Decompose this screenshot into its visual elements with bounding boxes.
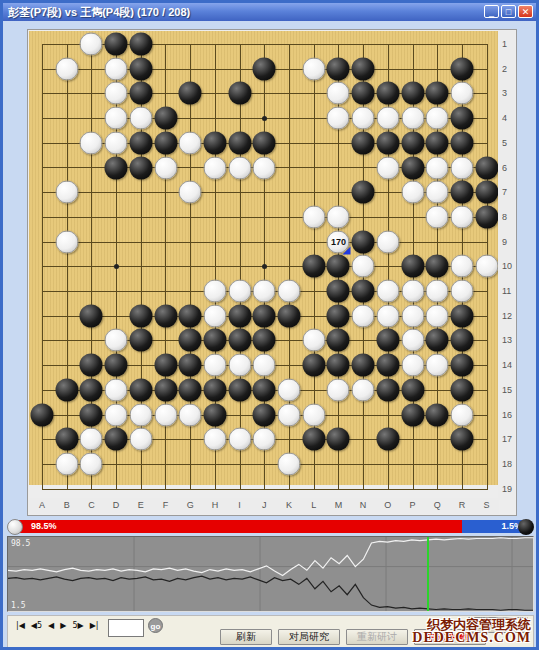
column-label: K xyxy=(286,500,292,510)
white-winrate-segment: 98.5% xyxy=(19,520,462,533)
black-winrate-line xyxy=(8,576,533,610)
column-label: R xyxy=(459,500,466,510)
black-stone[interactable] xyxy=(105,354,128,377)
column-label: H xyxy=(212,500,219,510)
black-stone[interactable] xyxy=(426,329,449,352)
nav-button[interactable]: ▶| xyxy=(90,621,99,630)
white-stone[interactable] xyxy=(401,107,424,130)
refresh-button[interactable]: 刷新 xyxy=(220,629,272,645)
game-research-button[interactable]: 对局研究 xyxy=(278,629,340,645)
black-stone[interactable] xyxy=(450,354,473,377)
black-stone[interactable] xyxy=(129,304,152,327)
black-stone[interactable] xyxy=(253,378,276,401)
star-point xyxy=(262,116,267,121)
column-label: S xyxy=(484,500,490,510)
nav-button[interactable]: |◀ xyxy=(16,621,25,630)
column-label: D xyxy=(113,500,120,510)
black-stone[interactable] xyxy=(450,107,473,130)
black-stone[interactable] xyxy=(475,205,498,228)
white-stone[interactable] xyxy=(80,452,103,475)
winrate-plot xyxy=(8,537,533,611)
white-stone[interactable] xyxy=(376,304,399,327)
black-stone[interactable] xyxy=(55,378,78,401)
black-stone[interactable] xyxy=(179,329,202,352)
white-stone-icon xyxy=(7,519,23,535)
column-label: Q xyxy=(434,500,441,510)
white-stone[interactable] xyxy=(105,82,128,105)
black-stone[interactable] xyxy=(426,255,449,278)
row-label: 14 xyxy=(502,360,512,370)
nav-button[interactable]: 5▶ xyxy=(72,621,83,630)
black-stone[interactable] xyxy=(154,304,177,327)
black-stone[interactable] xyxy=(352,57,375,80)
black-stone[interactable] xyxy=(80,354,103,377)
black-stone[interactable] xyxy=(352,82,375,105)
white-stone[interactable] xyxy=(450,82,473,105)
black-stone[interactable] xyxy=(327,255,350,278)
white-winrate-line xyxy=(8,538,533,576)
black-stone[interactable] xyxy=(55,428,78,451)
white-stone[interactable] xyxy=(376,156,399,179)
black-stone[interactable] xyxy=(179,82,202,105)
white-stone[interactable] xyxy=(401,280,424,303)
column-labels: ABCDEFGHIJKLMNOPQRS xyxy=(29,498,499,514)
white-stone[interactable] xyxy=(80,131,103,154)
black-stone[interactable] xyxy=(450,378,473,401)
column-label: J xyxy=(262,500,267,510)
white-stone[interactable] xyxy=(450,280,473,303)
column-label: P xyxy=(409,500,415,510)
star-point xyxy=(262,264,267,269)
black-stone[interactable] xyxy=(105,33,128,56)
white-stone[interactable] xyxy=(203,428,226,451)
close-button[interactable]: ✕ xyxy=(518,5,533,18)
white-stone[interactable] xyxy=(352,107,375,130)
black-stone[interactable] xyxy=(327,280,350,303)
nav-button[interactable]: ◀5 xyxy=(31,621,42,630)
column-label: F xyxy=(163,500,169,510)
row-label: 18 xyxy=(502,459,512,469)
white-stone[interactable] xyxy=(179,181,202,204)
white-stone[interactable] xyxy=(105,378,128,401)
white-stone[interactable] xyxy=(426,205,449,228)
black-stone[interactable] xyxy=(154,107,177,130)
column-label: L xyxy=(311,500,316,510)
white-stone[interactable] xyxy=(253,156,276,179)
white-stone[interactable] xyxy=(203,304,226,327)
black-stone[interactable] xyxy=(179,378,202,401)
white-stone[interactable] xyxy=(105,107,128,130)
white-stone[interactable] xyxy=(55,57,78,80)
black-stone[interactable] xyxy=(426,82,449,105)
black-stone[interactable] xyxy=(401,403,424,426)
winrate-graph[interactable]: 98.5 1.5 xyxy=(7,536,534,612)
black-stone[interactable] xyxy=(450,428,473,451)
white-stone[interactable] xyxy=(426,156,449,179)
black-stone[interactable] xyxy=(80,304,103,327)
white-stone[interactable] xyxy=(55,181,78,204)
black-stone[interactable] xyxy=(129,82,152,105)
white-stone[interactable] xyxy=(80,33,103,56)
black-stone[interactable] xyxy=(253,131,276,154)
column-label: M xyxy=(335,500,343,510)
go-board-panel: 170 ABCDEFGHIJKLMNOPQRS 1234567891011121… xyxy=(27,29,517,516)
black-stone[interactable] xyxy=(129,329,152,352)
black-stone[interactable] xyxy=(376,354,399,377)
white-stone[interactable] xyxy=(253,280,276,303)
black-stone[interactable] xyxy=(302,428,325,451)
white-stone[interactable] xyxy=(352,255,375,278)
row-label: 6 xyxy=(502,163,507,173)
black-stone[interactable] xyxy=(154,131,177,154)
black-stone[interactable] xyxy=(154,354,177,377)
white-stone[interactable] xyxy=(450,403,473,426)
graph-bottom-label: 1.5 xyxy=(11,601,25,610)
white-stone[interactable] xyxy=(426,107,449,130)
black-stone[interactable] xyxy=(376,428,399,451)
winrate-bar: 98.5% 1.5% xyxy=(7,518,534,535)
white-stone[interactable] xyxy=(302,205,325,228)
white-stone[interactable] xyxy=(426,354,449,377)
row-label: 19 xyxy=(502,484,512,494)
white-stone[interactable] xyxy=(376,107,399,130)
black-stone[interactable] xyxy=(31,403,54,426)
graph-top-label: 98.5 xyxy=(11,539,30,548)
black-stone[interactable] xyxy=(327,354,350,377)
white-stone[interactable] xyxy=(203,156,226,179)
black-stone[interactable] xyxy=(401,131,424,154)
row-label: 12 xyxy=(502,311,512,321)
white-stone[interactable] xyxy=(327,107,350,130)
next-move-triangle-icon xyxy=(343,246,351,254)
white-stone[interactable] xyxy=(253,428,276,451)
white-stone[interactable] xyxy=(179,403,202,426)
black-stone[interactable] xyxy=(129,33,152,56)
black-stone[interactable] xyxy=(352,181,375,204)
row-label: 9 xyxy=(502,237,507,247)
black-stone[interactable] xyxy=(129,378,152,401)
row-label: 16 xyxy=(502,410,512,420)
black-stone[interactable] xyxy=(129,156,152,179)
black-stone[interactable] xyxy=(302,354,325,377)
white-stone[interactable] xyxy=(327,205,350,228)
row-label: 7 xyxy=(502,187,507,197)
column-label: B xyxy=(64,500,70,510)
move-navigation: |◀◀5◀▶5▶▶| xyxy=(16,621,99,630)
black-stone[interactable] xyxy=(352,280,375,303)
black-stone[interactable] xyxy=(450,329,473,352)
white-stone[interactable] xyxy=(129,107,152,130)
white-stone[interactable] xyxy=(327,378,350,401)
white-stone[interactable] xyxy=(401,329,424,352)
white-stone[interactable] xyxy=(302,57,325,80)
column-label: E xyxy=(138,500,144,510)
black-stone[interactable] xyxy=(203,378,226,401)
black-stone[interactable] xyxy=(228,131,251,154)
column-label: A xyxy=(39,500,45,510)
go-board[interactable]: 170 xyxy=(29,31,499,485)
black-stone[interactable] xyxy=(327,304,350,327)
black-stone[interactable] xyxy=(352,354,375,377)
white-stone[interactable] xyxy=(450,156,473,179)
change-moves-button[interactable]: 变更手数 xyxy=(468,617,528,633)
column-label: G xyxy=(187,500,194,510)
white-stone[interactable] xyxy=(55,230,78,253)
white-stone[interactable] xyxy=(228,428,251,451)
black-stone[interactable] xyxy=(376,82,399,105)
star-point xyxy=(114,264,119,269)
row-label: 5 xyxy=(502,138,507,148)
white-stone[interactable] xyxy=(278,452,301,475)
white-stone[interactable] xyxy=(129,403,152,426)
white-stone[interactable] xyxy=(154,403,177,426)
black-stone[interactable] xyxy=(203,403,226,426)
white-stone[interactable] xyxy=(376,230,399,253)
black-stone[interactable] xyxy=(105,156,128,179)
white-stone[interactable] xyxy=(105,329,128,352)
white-stone[interactable] xyxy=(228,354,251,377)
white-stone[interactable] xyxy=(105,403,128,426)
title-bar[interactable]: 彭荃(P7段) vs 王雋(P4段) (170 / 208) _ □ ✕ xyxy=(3,3,536,21)
white-stone[interactable] xyxy=(105,131,128,154)
black-stone[interactable] xyxy=(228,82,251,105)
row-label: 2 xyxy=(502,64,507,74)
column-label: C xyxy=(88,500,95,510)
black-stone[interactable] xyxy=(426,131,449,154)
white-stone[interactable] xyxy=(450,255,473,278)
white-stone[interactable] xyxy=(401,181,424,204)
black-stone[interactable] xyxy=(302,255,325,278)
black-stone[interactable] xyxy=(80,378,103,401)
black-winrate-segment: 1.5% xyxy=(462,520,522,533)
row-label: 8 xyxy=(502,212,507,222)
white-stone[interactable] xyxy=(426,181,449,204)
white-stone[interactable] xyxy=(203,354,226,377)
black-stone[interactable] xyxy=(228,329,251,352)
white-stone[interactable] xyxy=(426,280,449,303)
row-label: 11 xyxy=(502,286,511,296)
white-stone[interactable] xyxy=(105,57,128,80)
white-stone[interactable] xyxy=(352,378,375,401)
white-stone[interactable] xyxy=(376,280,399,303)
black-stone[interactable] xyxy=(228,378,251,401)
black-stone[interactable] xyxy=(253,304,276,327)
black-stone[interactable] xyxy=(105,428,128,451)
column-label: N xyxy=(360,500,367,510)
black-stone[interactable] xyxy=(327,329,350,352)
black-stone-icon xyxy=(518,519,534,535)
nav-button[interactable]: ◀ xyxy=(48,621,54,630)
white-stone[interactable] xyxy=(302,329,325,352)
black-stone[interactable] xyxy=(450,304,473,327)
row-label: 13 xyxy=(502,335,512,345)
move-number-input[interactable] xyxy=(108,619,144,637)
row-label: 15 xyxy=(502,385,512,395)
black-stone[interactable] xyxy=(450,181,473,204)
row-labels: 12345678910111213141516171819 xyxy=(498,31,515,500)
row-label: 17 xyxy=(502,434,512,444)
black-stone[interactable] xyxy=(203,131,226,154)
black-stone[interactable] xyxy=(450,131,473,154)
row-label: 4 xyxy=(502,113,507,123)
white-stone[interactable] xyxy=(450,205,473,228)
black-stone[interactable] xyxy=(376,378,399,401)
white-stone[interactable] xyxy=(278,280,301,303)
rediscuss-button[interactable]: 重新研讨 xyxy=(346,629,408,645)
nav-button[interactable]: ▶ xyxy=(60,621,66,630)
black-stone[interactable] xyxy=(278,304,301,327)
black-stone[interactable] xyxy=(376,329,399,352)
control-panel: |◀◀5◀▶5▶▶| go 刷新 对局研究 重新研讨 生成参考图 变更手数 织梦… xyxy=(7,615,534,648)
column-label: I xyxy=(238,500,241,510)
white-stone[interactable] xyxy=(203,280,226,303)
white-stone[interactable] xyxy=(55,452,78,475)
white-stone[interactable] xyxy=(352,304,375,327)
column-label: O xyxy=(384,500,391,510)
white-stone[interactable] xyxy=(278,378,301,401)
maximize-button[interactable]: □ xyxy=(501,5,516,18)
white-stone[interactable] xyxy=(228,156,251,179)
black-stone[interactable] xyxy=(327,57,350,80)
black-stone[interactable] xyxy=(376,131,399,154)
black-stone[interactable] xyxy=(352,230,375,253)
black-stone[interactable] xyxy=(179,304,202,327)
row-label: 10 xyxy=(502,261,512,271)
white-stone[interactable] xyxy=(253,354,276,377)
black-stone[interactable] xyxy=(401,156,424,179)
row-label: 3 xyxy=(502,88,507,98)
white-stone[interactable] xyxy=(475,255,498,278)
black-stone[interactable] xyxy=(129,131,152,154)
white-stone[interactable] xyxy=(278,403,301,426)
black-stone[interactable] xyxy=(426,403,449,426)
black-stone[interactable] xyxy=(228,304,251,327)
black-stone[interactable] xyxy=(450,57,473,80)
black-stone[interactable] xyxy=(253,329,276,352)
black-stone[interactable] xyxy=(80,403,103,426)
black-stone[interactable] xyxy=(203,329,226,352)
white-stone[interactable] xyxy=(302,403,325,426)
white-stone[interactable] xyxy=(401,304,424,327)
black-stone[interactable] xyxy=(129,57,152,80)
black-stone[interactable] xyxy=(401,378,424,401)
window-title: 彭荃(P7段) vs 王雋(P4段) (170 / 208) xyxy=(3,5,190,20)
white-stone[interactable] xyxy=(80,428,103,451)
black-stone[interactable] xyxy=(401,255,424,278)
white-stone[interactable] xyxy=(401,354,424,377)
white-stone[interactable] xyxy=(154,156,177,179)
app-window: 彭荃(P7段) vs 王雋(P4段) (170 / 208) _ □ ✕ 170… xyxy=(0,0,539,650)
black-stone[interactable] xyxy=(179,354,202,377)
black-stone[interactable] xyxy=(253,57,276,80)
black-stone[interactable] xyxy=(401,82,424,105)
white-stone[interactable] xyxy=(327,82,350,105)
white-stone[interactable] xyxy=(426,304,449,327)
black-stone[interactable] xyxy=(475,156,498,179)
minimize-button[interactable]: _ xyxy=(484,5,499,18)
black-stone[interactable] xyxy=(154,378,177,401)
black-stone[interactable] xyxy=(327,428,350,451)
white-stone[interactable] xyxy=(228,280,251,303)
go-button[interactable]: go xyxy=(148,618,163,633)
white-stone[interactable] xyxy=(179,131,202,154)
row-label: 1 xyxy=(502,39,507,49)
white-stone[interactable]: 170 xyxy=(327,230,350,253)
white-stone[interactable] xyxy=(129,428,152,451)
black-stone[interactable] xyxy=(253,403,276,426)
black-stone[interactable] xyxy=(352,131,375,154)
black-stone[interactable] xyxy=(475,181,498,204)
